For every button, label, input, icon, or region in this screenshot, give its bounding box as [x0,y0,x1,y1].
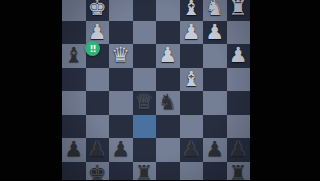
square-d3[interactable]: ♟ [156,44,180,68]
piece-white-pawn[interactable]: ♟ [203,21,227,45]
square-d2[interactable] [156,21,180,45]
piece-black-pawn[interactable]: ♟ [180,138,204,162]
piece-black-knight[interactable]: ♞ [156,91,180,115]
square-e1[interactable] [133,0,157,21]
square-f6[interactable] [109,115,133,139]
square-h4[interactable] [62,68,86,92]
square-f8[interactable] [109,162,133,181]
piece-white-bishop[interactable]: ♝ [180,68,204,92]
square-g4[interactable] [86,68,110,92]
square-f1[interactable] [109,0,133,21]
square-b3[interactable] [203,44,227,68]
piece-white-rook[interactable]: ♜ [227,0,251,21]
square-f4[interactable] [109,68,133,92]
square-a6[interactable] [227,115,251,139]
square-e6[interactable] [133,115,157,139]
square-f3[interactable]: ♛ [109,44,133,68]
chess-board: ♚♝♞♜♟♟♟♝♛♟♟♝♛♞♟♟♟♟♟♟♚♜♜ [62,0,250,180]
square-c6[interactable] [180,115,204,139]
square-b4[interactable] [203,68,227,92]
piece-black-pawn[interactable]: ♟ [62,138,86,162]
square-c4[interactable]: ♝ [180,68,204,92]
piece-black-rook[interactable]: ♜ [227,162,251,181]
piece-black-pawn[interactable]: ♟ [86,138,110,162]
square-e3[interactable] [133,44,157,68]
square-e8[interactable]: ♜ [133,162,157,181]
square-h3[interactable]: ♝ [62,44,86,68]
piece-black-pawn[interactable]: ♟ [109,138,133,162]
piece-black-pawn[interactable]: ♟ [227,138,251,162]
square-g1[interactable]: ♚ [86,0,110,21]
square-h2[interactable] [62,21,86,45]
piece-white-pawn[interactable]: ♟ [156,44,180,68]
piece-black-pawn[interactable]: ♟ [203,138,227,162]
square-c2[interactable]: ♟ [180,21,204,45]
square-h7[interactable]: ♟ [62,138,86,162]
square-h1[interactable] [62,0,86,21]
square-c3[interactable] [180,44,204,68]
square-g5[interactable] [86,91,110,115]
square-c7[interactable]: ♟ [180,138,204,162]
square-f5[interactable] [109,91,133,115]
square-e7[interactable] [133,138,157,162]
square-a4[interactable] [227,68,251,92]
square-a3[interactable]: ♟ [227,44,251,68]
piece-white-knight[interactable]: ♞ [203,0,227,21]
square-d4[interactable] [156,68,180,92]
square-c5[interactable] [180,91,204,115]
piece-white-pawn[interactable]: ♟ [180,21,204,45]
square-c1[interactable]: ♝ [180,0,204,21]
square-a2[interactable] [227,21,251,45]
square-g7[interactable]: ♟ [86,138,110,162]
square-c8[interactable] [180,162,204,181]
piece-white-king[interactable]: ♚ [86,0,110,21]
square-b8[interactable] [203,162,227,181]
square-a5[interactable] [227,91,251,115]
letterboxed-video-frame: ♚♝♞♜♟♟♟♝♛♟♟♝♛♞♟♟♟♟♟♟♚♜♜ !! [0,0,320,180]
brilliant-move-symbol: !! [89,44,95,54]
piece-black-king[interactable]: ♚ [86,162,110,181]
piece-black-rook[interactable]: ♜ [133,162,157,181]
square-d1[interactable] [156,0,180,21]
square-d6[interactable] [156,115,180,139]
square-e4[interactable] [133,68,157,92]
square-b5[interactable] [203,91,227,115]
piece-black-queen[interactable]: ♛ [133,91,157,115]
square-b7[interactable]: ♟ [203,138,227,162]
square-e5[interactable]: ♛ [133,91,157,115]
square-b1[interactable]: ♞ [203,0,227,21]
square-e2[interactable] [133,21,157,45]
square-a8[interactable]: ♜ [227,162,251,181]
square-d7[interactable] [156,138,180,162]
piece-white-bishop[interactable]: ♝ [180,0,204,21]
square-f7[interactable]: ♟ [109,138,133,162]
square-a1[interactable]: ♜ [227,0,251,21]
square-h8[interactable] [62,162,86,181]
square-d8[interactable] [156,162,180,181]
square-h6[interactable] [62,115,86,139]
piece-white-pawn[interactable]: ♟ [227,44,251,68]
square-b2[interactable]: ♟ [203,21,227,45]
brilliant-move-badge: !! [85,41,100,56]
square-h5[interactable] [62,91,86,115]
square-d5[interactable]: ♞ [156,91,180,115]
square-a7[interactable]: ♟ [227,138,251,162]
square-g8[interactable]: ♚ [86,162,110,181]
piece-black-bishop[interactable]: ♝ [62,44,86,68]
square-f2[interactable] [109,21,133,45]
square-g6[interactable] [86,115,110,139]
square-b6[interactable] [203,115,227,139]
piece-white-queen[interactable]: ♛ [109,44,133,68]
